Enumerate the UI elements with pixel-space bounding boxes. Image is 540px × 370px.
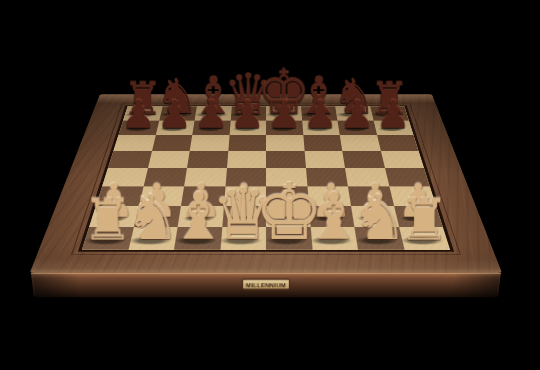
brand-plate: MILLENNIUM	[242, 279, 290, 290]
piece-black-pawn-h7[interactable]: ♟	[355, 91, 432, 130]
pieces-layer: ♜♞♝♛♚♝♞♜♟♟♟♟♟♟♟♟♟♟♟♟♟♟♟♟♜♞♝♛♚♝♞♜	[82, 106, 450, 249]
board-front-edge: MILLENNIUM	[31, 273, 501, 297]
rook-glyph: ♜	[399, 191, 450, 248]
pawn-glyph: ♟	[376, 96, 411, 135]
chess-board: ♜♞♝♛♚♝♞♜♟♟♟♟♟♟♟♟♟♟♟♟♟♟♟♟♜♞♝♛♚♝♞♜ MILLENN…	[30, 94, 503, 273]
playing-area: ♜♞♝♛♚♝♞♜♟♟♟♟♟♟♟♟♟♟♟♟♟♟♟♟♜♞♝♛♚♝♞♜	[78, 105, 454, 251]
photo-background: ♜♞♝♛♚♝♞♜♟♟♟♟♟♟♟♟♟♟♟♟♟♟♟♟♜♞♝♛♚♝♞♜ MILLENN…	[0, 0, 540, 370]
piece-white-rook-h1[interactable]: ♜	[376, 184, 472, 241]
brand-label: MILLENNIUM	[246, 281, 286, 287]
